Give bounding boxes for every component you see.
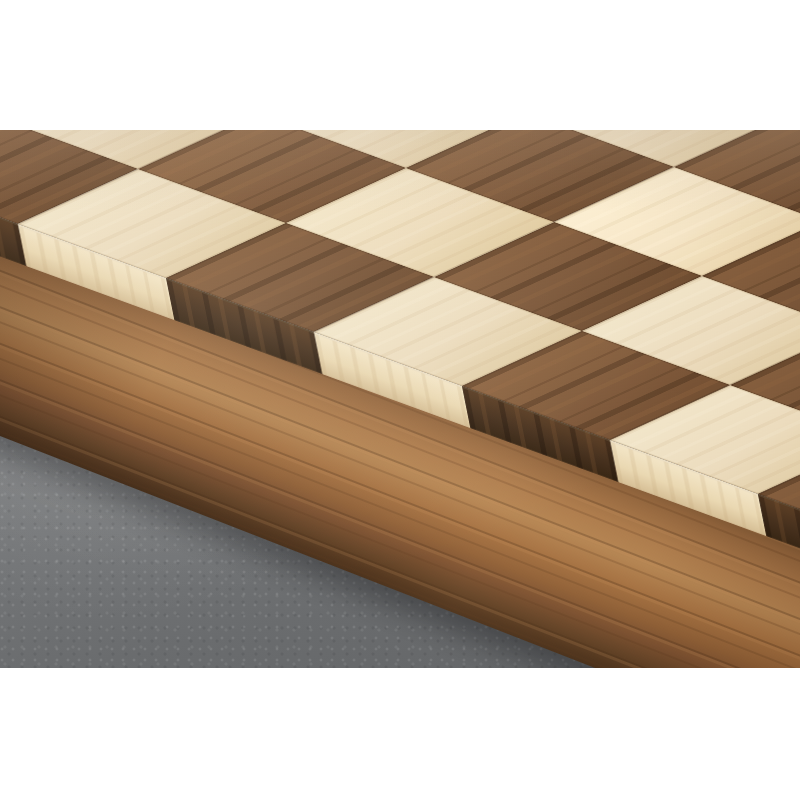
- backdrop: { "game": "chess", "position": { "fen": …: [0, 0, 800, 800]
- chessboard-photo: [0, 130, 800, 668]
- white-backdrop-top: [0, 0, 800, 130]
- white-backdrop-bottom: [0, 668, 800, 800]
